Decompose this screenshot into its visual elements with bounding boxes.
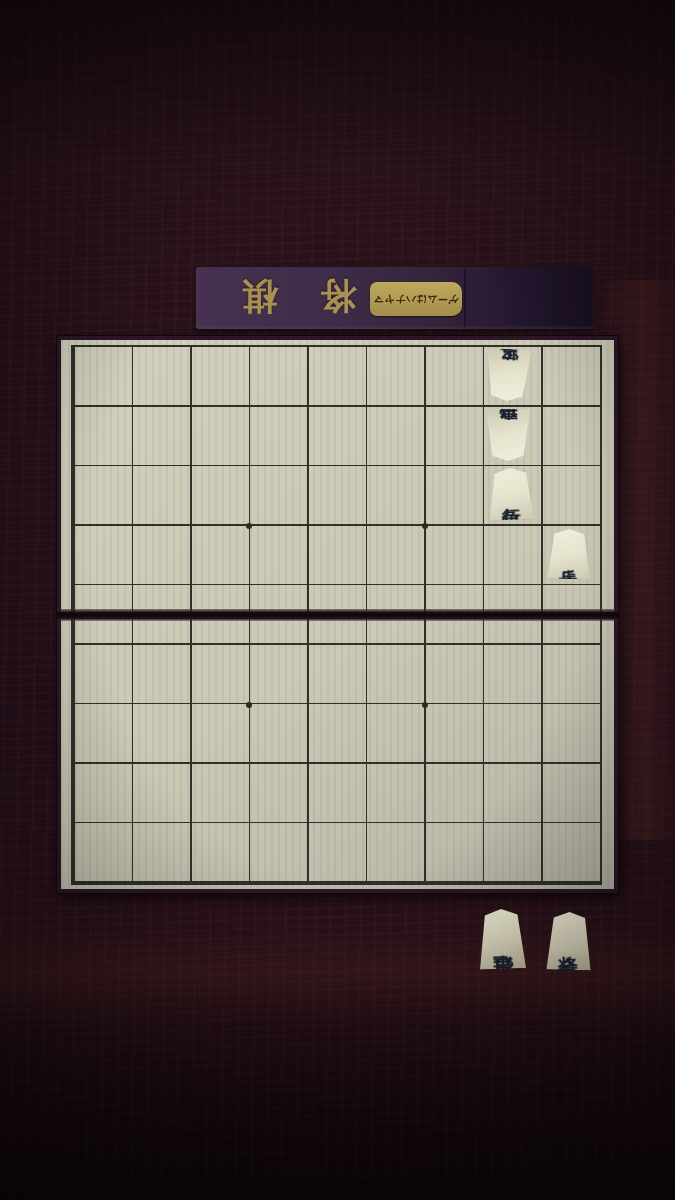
hoshi-dot [246,702,252,708]
hoshi-dot [422,702,428,708]
box-lid-edge [464,269,466,327]
table-scene: 将棋 ゲームはハナヤマ 玉将 飛車 角行 歩兵 [0,0,675,1200]
sente-bishop-kanji: 角行 [502,494,521,495]
shogi-board: 玉将 飛車 角行 歩兵 [57,336,618,893]
brand-badge: ゲームはハナヤマ [370,282,462,316]
gote-king-kanji: 玉将 [499,375,518,376]
brand-badge-text: ゲームはハナヤマ [373,292,459,306]
rook-in-hand-kanji: 飛車 [492,939,513,940]
board-fold-seam [57,609,618,621]
board-surface: 玉将 飛車 角行 歩兵 [61,340,614,889]
shogi-box-lid: 将棋 ゲームはハナヤマ [196,267,594,329]
hoshi-dot [246,523,252,529]
hoshi-dot [422,523,428,529]
box-title-kanji: 将棋 [200,278,356,314]
